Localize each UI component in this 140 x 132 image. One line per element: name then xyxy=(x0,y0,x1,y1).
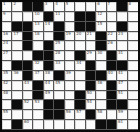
grid-cell[interactable] xyxy=(65,61,75,71)
blocked-cell xyxy=(75,100,85,110)
grid-cell[interactable]: 56 xyxy=(65,110,75,120)
blocked-cell xyxy=(107,100,117,110)
grid-cell[interactable] xyxy=(128,81,138,91)
clue-number: 46 xyxy=(97,81,102,85)
clue-number: 26 xyxy=(108,41,113,45)
grid-cell[interactable] xyxy=(86,2,96,12)
grid-cell[interactable] xyxy=(54,120,64,130)
blocked-cell xyxy=(33,2,43,12)
grid-cell[interactable] xyxy=(117,41,127,51)
grid-cell[interactable] xyxy=(65,91,75,101)
grid-cell[interactable] xyxy=(44,120,54,130)
clue-number: 24 xyxy=(3,41,8,45)
grid-cell[interactable] xyxy=(2,61,12,71)
grid-cell[interactable]: 13 xyxy=(33,22,43,32)
blocked-cell xyxy=(96,32,106,42)
grid-cell[interactable]: 47 xyxy=(117,81,127,91)
blocked-cell xyxy=(117,100,127,110)
blocked-cell xyxy=(86,81,96,91)
clue-number: 53 xyxy=(34,100,39,104)
blocked-cell xyxy=(96,71,106,81)
grid-cell[interactable]: 9 xyxy=(2,12,12,22)
blocked-cell xyxy=(54,110,64,120)
clue-number: 22 xyxy=(108,32,113,36)
grid-cell[interactable]: 24 xyxy=(2,41,12,51)
grid-cell[interactable] xyxy=(65,41,75,51)
grid-cell[interactable]: 54 xyxy=(86,100,96,110)
grid-cell[interactable]: 59 xyxy=(117,110,127,120)
clue-number: 56 xyxy=(66,110,71,114)
blocked-cell xyxy=(12,100,22,110)
grid-cell[interactable]: 50 xyxy=(86,91,96,101)
grid-cell[interactable]: 49 xyxy=(44,91,54,101)
clue-number: 54 xyxy=(87,100,92,104)
grid-cell[interactable] xyxy=(75,120,85,130)
clue-number: 44 xyxy=(45,81,50,85)
blocked-cell xyxy=(23,32,33,42)
clue-number: 17 xyxy=(13,32,18,36)
grid-cell[interactable]: 4 xyxy=(54,2,64,12)
grid-cell[interactable]: 20 xyxy=(75,32,85,42)
grid-cell[interactable]: 42 xyxy=(2,81,12,91)
grid-cell[interactable] xyxy=(2,120,12,130)
grid-cell[interactable] xyxy=(128,61,138,71)
clue-number: 47 xyxy=(118,81,123,85)
clue-number: 37 xyxy=(34,71,39,75)
grid-cell[interactable]: 39 xyxy=(65,71,75,81)
grid-cell[interactable] xyxy=(23,110,33,120)
grid-cell[interactable] xyxy=(2,100,12,110)
clue-number: 39 xyxy=(66,71,71,75)
clue-number: 29 xyxy=(87,51,92,55)
blocked-cell xyxy=(75,91,85,101)
clue-number: 9 xyxy=(3,12,6,16)
clue-number: 13 xyxy=(34,22,39,26)
grid-cell[interactable]: 18 xyxy=(33,32,43,42)
grid-cell[interactable]: 57 xyxy=(75,110,85,120)
grid-cell[interactable] xyxy=(96,100,106,110)
clue-number: 49 xyxy=(45,91,50,95)
blocked-cell xyxy=(23,2,33,12)
grid-cell[interactable] xyxy=(33,41,43,51)
grid-cell[interactable]: 5 xyxy=(65,2,75,12)
grid-cell[interactable]: 41 xyxy=(117,71,127,81)
grid-cell[interactable]: 61 xyxy=(117,120,127,130)
blocked-cell xyxy=(23,61,33,71)
grid-cell[interactable]: 25 xyxy=(54,41,64,51)
grid-cell[interactable]: 52 xyxy=(23,100,33,110)
grid-cell[interactable] xyxy=(128,120,138,130)
grid-cell[interactable]: 10 xyxy=(33,12,43,22)
grid-cell[interactable]: 7 xyxy=(107,2,117,12)
clue-number: 60 xyxy=(24,120,29,124)
grid-cell[interactable] xyxy=(96,61,106,71)
grid-cell[interactable] xyxy=(117,12,127,22)
grid-cell[interactable] xyxy=(75,81,85,91)
grid-cell[interactable]: 32 xyxy=(33,61,43,71)
grid-cell[interactable] xyxy=(12,12,22,22)
clue-number: 50 xyxy=(87,91,92,95)
grid-cell[interactable]: 51 xyxy=(117,91,127,101)
grid-cell[interactable]: 33 xyxy=(54,61,64,71)
clue-number: 40 xyxy=(108,71,113,75)
clue-number: 52 xyxy=(24,100,29,104)
clue-number: 31 xyxy=(118,51,123,55)
clue-number: 7 xyxy=(108,2,111,6)
clue-number: 18 xyxy=(34,32,39,36)
blocked-cell xyxy=(12,22,22,32)
blocked-cell xyxy=(23,22,33,32)
blocked-cell xyxy=(44,41,54,51)
blocked-cell xyxy=(54,32,64,42)
grid-cell[interactable] xyxy=(65,81,75,91)
grid-cell[interactable]: 31 xyxy=(117,51,127,61)
clue-number: 23 xyxy=(118,32,123,36)
blocked-cell xyxy=(96,120,106,130)
grid-cell[interactable] xyxy=(54,91,64,101)
grid-cell[interactable] xyxy=(75,71,85,81)
clue-number: 41 xyxy=(118,71,123,75)
grid-cell[interactable]: 55 xyxy=(2,110,12,120)
clue-number: 33 xyxy=(55,61,60,65)
clue-number: 4 xyxy=(55,2,58,6)
grid-cell[interactable]: 37 xyxy=(33,71,43,81)
blocked-cell xyxy=(107,61,117,71)
blocked-cell xyxy=(86,110,96,120)
grid-cell[interactable]: 12 xyxy=(96,12,106,22)
grid-cell[interactable]: 16 xyxy=(2,32,12,42)
grid-cell[interactable] xyxy=(65,22,75,32)
clue-number: 8 xyxy=(129,2,132,6)
blocked-cell xyxy=(75,12,85,22)
grid-cell[interactable] xyxy=(128,12,138,22)
blocked-cell xyxy=(44,100,54,110)
grid-cell[interactable]: 45 xyxy=(54,81,64,91)
grid-cell[interactable]: 29 xyxy=(86,51,96,61)
crossword-grid: 1234567891011121314151617181920212223242… xyxy=(0,0,140,132)
clue-number: 20 xyxy=(76,32,81,36)
clue-number: 42 xyxy=(3,81,8,85)
blocked-cell xyxy=(117,22,127,32)
grid-cell[interactable] xyxy=(2,22,12,32)
grid-cell[interactable]: 8 xyxy=(128,2,138,12)
blocked-cell xyxy=(44,110,54,120)
blocked-cell xyxy=(107,51,117,61)
clue-number: 36 xyxy=(13,71,18,75)
blocked-cell xyxy=(12,120,22,130)
grid-cell[interactable] xyxy=(33,120,43,130)
clue-number: 16 xyxy=(3,32,8,36)
grid-cell[interactable] xyxy=(128,110,138,120)
grid-cell[interactable]: 22 xyxy=(107,32,117,42)
crossword-puzzle: 1234567891011121314151617181920212223242… xyxy=(0,0,140,132)
grid-cell[interactable]: 19 xyxy=(65,32,75,42)
grid-cell[interactable] xyxy=(86,41,96,51)
grid-cell[interactable] xyxy=(12,41,22,51)
grid-cell[interactable] xyxy=(128,22,138,32)
grid-cell[interactable]: 17 xyxy=(12,32,22,42)
blocked-cell xyxy=(86,71,96,81)
grid-cell[interactable] xyxy=(128,100,138,110)
clue-number: 14 xyxy=(45,22,50,26)
grid-cell[interactable]: 23 xyxy=(117,32,127,42)
clue-number: 15 xyxy=(97,22,102,26)
clue-number: 1 xyxy=(3,2,6,6)
blocked-cell xyxy=(107,91,117,101)
grid-cell[interactable] xyxy=(96,91,106,101)
clue-number: 59 xyxy=(118,110,123,114)
grid-cell[interactable] xyxy=(44,32,54,42)
clue-number: 38 xyxy=(45,71,50,75)
grid-cell[interactable] xyxy=(107,22,117,32)
clue-number: 28 xyxy=(55,51,60,55)
grid-cell[interactable] xyxy=(128,91,138,101)
clue-number: 58 xyxy=(97,110,102,114)
clue-number: 5 xyxy=(66,2,69,6)
clue-number: 43 xyxy=(24,81,29,85)
clue-number: 32 xyxy=(34,61,39,65)
blocked-cell xyxy=(23,41,33,51)
grid-cell[interactable] xyxy=(33,110,43,120)
grid-cell[interactable] xyxy=(23,12,33,22)
blocked-cell xyxy=(54,71,64,81)
clue-number: 11 xyxy=(55,12,60,16)
grid-cell[interactable]: 38 xyxy=(44,71,54,81)
grid-cell[interactable]: 11 xyxy=(54,12,64,22)
clue-number: 55 xyxy=(3,110,8,114)
grid-cell[interactable] xyxy=(65,51,75,61)
grid-cell[interactable]: 26 xyxy=(107,41,117,51)
blocked-cell xyxy=(33,51,43,61)
blocked-cell xyxy=(23,71,33,81)
blocked-cell xyxy=(75,51,85,61)
blocked-cell xyxy=(117,61,127,71)
blocked-cell xyxy=(33,91,43,101)
grid-cell[interactable] xyxy=(128,51,138,61)
grid-cell[interactable]: 2 xyxy=(12,2,22,12)
blocked-cell xyxy=(86,12,96,22)
clue-number: 3 xyxy=(45,2,48,6)
blocked-cell xyxy=(107,120,117,130)
blocked-cell xyxy=(107,81,117,91)
grid-cell[interactable]: 48 xyxy=(2,91,12,101)
grid-cell[interactable] xyxy=(75,41,85,51)
grid-cell[interactable]: 40 xyxy=(107,71,117,81)
grid-cell[interactable] xyxy=(107,110,117,120)
grid-cell[interactable] xyxy=(75,2,85,12)
clue-number: 61 xyxy=(118,120,123,124)
grid-cell[interactable] xyxy=(12,110,22,120)
clue-number: 30 xyxy=(97,51,102,55)
grid-cell[interactable] xyxy=(23,51,33,61)
grid-cell[interactable] xyxy=(128,32,138,42)
grid-cell[interactable]: 27 xyxy=(2,51,12,61)
clue-number: 35 xyxy=(3,71,8,75)
blocked-cell xyxy=(33,81,43,91)
blocked-cell xyxy=(54,100,64,110)
grid-cell[interactable]: 60 xyxy=(23,120,33,130)
grid-cell[interactable] xyxy=(128,41,138,51)
blocked-cell xyxy=(86,61,96,71)
grid-cell[interactable] xyxy=(65,120,75,130)
grid-cell[interactable]: 35 xyxy=(2,71,12,81)
grid-cell[interactable] xyxy=(12,81,22,91)
clue-number: 48 xyxy=(3,91,8,95)
clue-number: 10 xyxy=(34,12,39,16)
blocked-cell xyxy=(75,22,85,32)
grid-cell[interactable]: 30 xyxy=(96,51,106,61)
clue-number: 27 xyxy=(3,51,8,55)
blocked-cell xyxy=(44,51,54,61)
clue-number: 12 xyxy=(97,12,102,16)
grid-cell[interactable]: 46 xyxy=(96,81,106,91)
clue-number: 57 xyxy=(76,110,81,114)
grid-cell[interactable]: 28 xyxy=(54,51,64,61)
grid-cell[interactable]: 21 xyxy=(86,32,96,42)
clue-number: 45 xyxy=(55,81,60,85)
grid-cell[interactable] xyxy=(65,100,75,110)
grid-cell[interactable]: 34 xyxy=(75,61,85,71)
clue-number: 19 xyxy=(66,32,71,36)
grid-cell[interactable]: 3 xyxy=(44,2,54,12)
blocked-cell xyxy=(44,12,54,22)
grid-cell[interactable] xyxy=(86,120,96,130)
grid-cell[interactable]: 44 xyxy=(44,81,54,91)
blocked-cell xyxy=(86,22,96,32)
grid-cell[interactable]: 36 xyxy=(12,71,22,81)
blocked-cell xyxy=(96,41,106,51)
clue-number: 2 xyxy=(13,2,16,6)
grid-cell[interactable]: 43 xyxy=(23,81,33,91)
grid-cell[interactable] xyxy=(65,12,75,22)
grid-cell[interactable]: 6 xyxy=(96,2,106,12)
clue-number: 51 xyxy=(118,91,123,95)
grid-cell[interactable]: 1 xyxy=(2,2,12,12)
clue-number: 6 xyxy=(97,2,100,6)
grid-cell[interactable] xyxy=(12,51,22,61)
blocked-cell xyxy=(44,61,54,71)
grid-cell[interactable] xyxy=(12,91,22,101)
clue-number: 34 xyxy=(76,61,81,65)
clue-number: 21 xyxy=(87,32,92,36)
grid-cell[interactable]: 14 xyxy=(44,22,54,32)
grid-cell[interactable] xyxy=(128,71,138,81)
blocked-cell xyxy=(117,2,127,12)
grid-cell[interactable] xyxy=(107,12,117,22)
grid-cell[interactable]: 58 xyxy=(96,110,106,120)
blocked-cell xyxy=(54,22,64,32)
blocked-cell xyxy=(12,61,22,71)
grid-cell[interactable]: 15 xyxy=(96,22,106,32)
clue-number: 25 xyxy=(55,41,60,45)
grid-cell[interactable]: 53 xyxy=(33,100,43,110)
grid-cell[interactable] xyxy=(23,91,33,101)
